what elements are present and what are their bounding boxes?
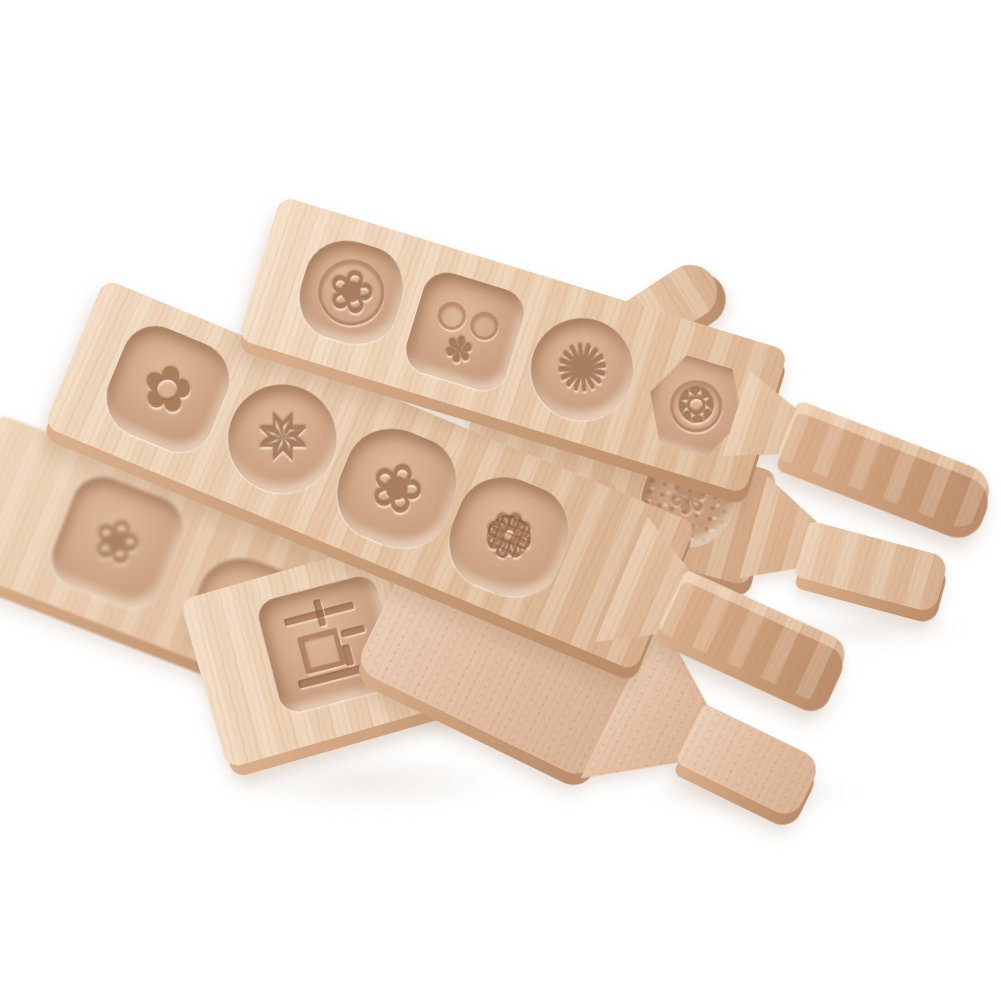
product-photo-stage: ❀ ✿ ✾ ❀ bbox=[0, 0, 1001, 1001]
mold-cavity-chrysanthemum: ✺ bbox=[518, 306, 645, 433]
character-stroke bbox=[340, 624, 365, 637]
daisy-carving-icon: ✵ bbox=[243, 396, 322, 481]
carving-ring bbox=[664, 374, 729, 439]
peony-carving-icon: ❀ bbox=[85, 508, 149, 577]
character-stroke bbox=[297, 627, 347, 674]
mold-cavity-daisy-wheel: ✵ bbox=[212, 368, 353, 509]
mold-cavity-sunflower-lattice: ❁ bbox=[434, 462, 583, 611]
mold-cavity-owl-flower: ✽ bbox=[400, 266, 530, 396]
butterfly-carving-icon: ✿ bbox=[136, 354, 200, 425]
mold-cavity-rose-swirl: ❀ bbox=[289, 230, 414, 355]
mold-cavity-butterfly-knot: ✿ bbox=[94, 316, 240, 462]
paddle-handle bbox=[675, 703, 823, 820]
carving-ring bbox=[310, 251, 392, 333]
owl-carving-icon: ✽ bbox=[440, 330, 477, 371]
chrysanthemum-carving-icon: ✺ bbox=[547, 331, 617, 408]
peony-carving-icon: ❀ bbox=[360, 449, 434, 529]
mold-handle bbox=[794, 520, 949, 614]
